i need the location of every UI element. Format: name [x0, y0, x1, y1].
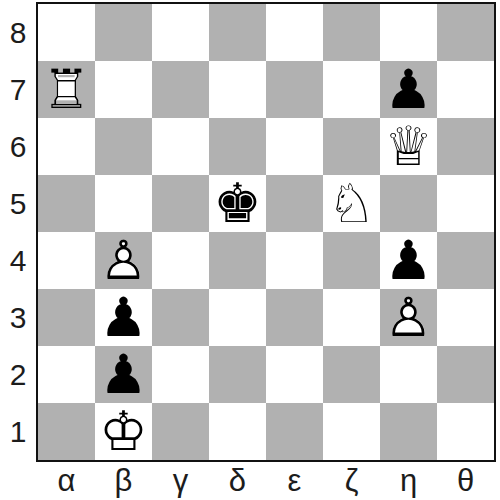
- square-α8[interactable]: [38, 4, 95, 61]
- square-δ8[interactable]: [209, 4, 266, 61]
- square-δ5[interactable]: ♚: [209, 175, 266, 232]
- square-β8[interactable]: [95, 4, 152, 61]
- square-η8[interactable]: [380, 4, 437, 61]
- square-ζ2[interactable]: [323, 346, 380, 403]
- square-ε1[interactable]: [266, 403, 323, 460]
- rank-label-2: 2: [0, 346, 36, 403]
- file-label-alpha: α: [38, 462, 95, 500]
- square-β5[interactable]: [95, 175, 152, 232]
- square-α1[interactable]: [38, 403, 95, 460]
- file-label-theta: θ: [437, 462, 494, 500]
- square-β2[interactable]: ♟: [95, 346, 152, 403]
- file-label-zeta: ζ: [323, 462, 380, 500]
- square-ε7[interactable]: [266, 61, 323, 118]
- rank-label-6: 6: [0, 118, 36, 175]
- square-δ2[interactable]: [209, 346, 266, 403]
- board-with-coordinates: 8 7 6 5 4 3 2 1 ♜♖♟♛♕♚♞♘♟♙♟♟♟♙♟♚♔ α β γ …: [0, 0, 496, 500]
- file-label-gamma: γ: [152, 462, 209, 500]
- chess-board: ♜♖♟♛♕♚♞♘♟♙♟♟♟♙♟♚♔: [36, 2, 496, 462]
- rank-label-7: 7: [0, 61, 36, 118]
- square-θ7[interactable]: [437, 61, 494, 118]
- rank-label-8: 8: [0, 4, 36, 61]
- square-θ4[interactable]: [437, 232, 494, 289]
- square-η3[interactable]: ♟♙: [380, 289, 437, 346]
- square-η1[interactable]: [380, 403, 437, 460]
- square-ε3[interactable]: [266, 289, 323, 346]
- square-θ2[interactable]: [437, 346, 494, 403]
- square-β3[interactable]: ♟: [95, 289, 152, 346]
- square-θ1[interactable]: [437, 403, 494, 460]
- square-γ6[interactable]: [152, 118, 209, 175]
- square-ζ4[interactable]: [323, 232, 380, 289]
- file-label-beta: β: [95, 462, 152, 500]
- square-γ2[interactable]: [152, 346, 209, 403]
- square-γ3[interactable]: [152, 289, 209, 346]
- square-ζ6[interactable]: [323, 118, 380, 175]
- square-ζ8[interactable]: [323, 4, 380, 61]
- square-θ3[interactable]: [437, 289, 494, 346]
- square-ε2[interactable]: [266, 346, 323, 403]
- square-α7[interactable]: ♜♖: [38, 61, 95, 118]
- square-α4[interactable]: [38, 232, 95, 289]
- rank-label-4: 4: [0, 232, 36, 289]
- white-rook: ♖: [38, 61, 95, 118]
- square-ε4[interactable]: [266, 232, 323, 289]
- white-king: ♔: [95, 403, 152, 460]
- black-pawn: ♟: [380, 61, 437, 118]
- square-γ1[interactable]: [152, 403, 209, 460]
- square-γ4[interactable]: [152, 232, 209, 289]
- white-knight: ♘: [323, 175, 380, 232]
- black-king: ♚: [209, 175, 266, 232]
- square-θ8[interactable]: [437, 4, 494, 61]
- rank-label-3: 3: [0, 289, 36, 346]
- square-δ4[interactable]: [209, 232, 266, 289]
- black-pawn: ♟: [95, 289, 152, 346]
- square-η2[interactable]: [380, 346, 437, 403]
- chess-diagram: 8 7 6 5 4 3 2 1 ♜♖♟♛♕♚♞♘♟♙♟♟♟♙♟♚♔ α β γ …: [0, 0, 500, 500]
- square-α5[interactable]: [38, 175, 95, 232]
- square-ζ7[interactable]: [323, 61, 380, 118]
- square-β4[interactable]: ♟♙: [95, 232, 152, 289]
- square-ζ1[interactable]: [323, 403, 380, 460]
- square-β7[interactable]: [95, 61, 152, 118]
- square-ε8[interactable]: [266, 4, 323, 61]
- square-γ8[interactable]: [152, 4, 209, 61]
- white-pawn: ♙: [380, 289, 437, 346]
- black-pawn: ♟: [380, 232, 437, 289]
- white-pawn: ♙: [95, 232, 152, 289]
- file-label-epsilon: ε: [266, 462, 323, 500]
- square-η4[interactable]: ♟: [380, 232, 437, 289]
- white-queen: ♕: [380, 118, 437, 175]
- square-γ7[interactable]: [152, 61, 209, 118]
- square-β6[interactable]: [95, 118, 152, 175]
- rank-labels: 8 7 6 5 4 3 2 1: [0, 0, 36, 462]
- rank-label-5: 5: [0, 175, 36, 232]
- rank-label-1: 1: [0, 403, 36, 460]
- black-pawn: ♟: [95, 346, 152, 403]
- square-α6[interactable]: [38, 118, 95, 175]
- square-ε5[interactable]: [266, 175, 323, 232]
- square-θ6[interactable]: [437, 118, 494, 175]
- square-γ5[interactable]: [152, 175, 209, 232]
- square-θ5[interactable]: [437, 175, 494, 232]
- file-labels: α β γ δ ε ζ η θ: [38, 462, 496, 500]
- square-α2[interactable]: [38, 346, 95, 403]
- square-α3[interactable]: [38, 289, 95, 346]
- square-δ7[interactable]: [209, 61, 266, 118]
- square-β1[interactable]: ♚♔: [95, 403, 152, 460]
- square-δ1[interactable]: [209, 403, 266, 460]
- square-δ3[interactable]: [209, 289, 266, 346]
- square-ε6[interactable]: [266, 118, 323, 175]
- file-label-eta: η: [380, 462, 437, 500]
- square-η7[interactable]: ♟: [380, 61, 437, 118]
- square-ζ5[interactable]: ♞♘: [323, 175, 380, 232]
- square-η6[interactable]: ♛♕: [380, 118, 437, 175]
- square-δ6[interactable]: [209, 118, 266, 175]
- file-label-delta: δ: [209, 462, 266, 500]
- square-ζ3[interactable]: [323, 289, 380, 346]
- square-η5[interactable]: [380, 175, 437, 232]
